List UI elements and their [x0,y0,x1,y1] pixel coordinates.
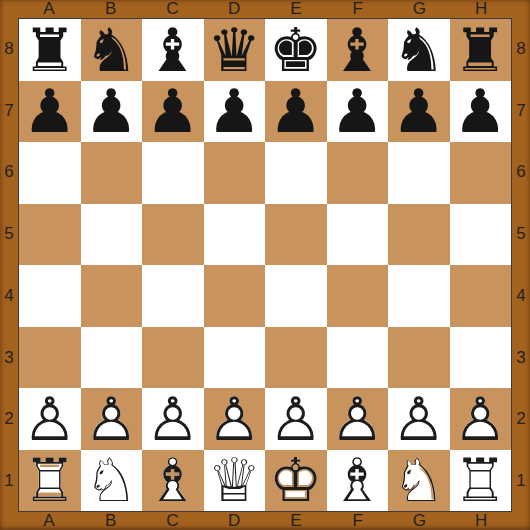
square-a4[interactable] [19,265,81,327]
black-rook: ♜ [450,19,512,81]
square-h1[interactable]: ♜♖ [450,450,512,512]
rank-label-3: 3 [512,327,530,389]
white-pawn: ♙ [265,388,327,450]
square-g8[interactable]: ♞ [388,19,450,81]
rank-label-2: 2 [512,389,530,451]
file-label-h: H [450,0,512,18]
square-b8[interactable]: ♞ [81,19,143,81]
square-b4[interactable] [81,265,143,327]
white-pawn-fill: ♟ [142,388,204,450]
square-a5[interactable] [19,204,81,266]
square-c6[interactable] [142,142,204,204]
rank-label-5: 5 [512,203,530,265]
white-knight-fill: ♞ [81,450,143,512]
square-g4[interactable] [388,265,450,327]
square-a6[interactable] [19,142,81,204]
square-d1[interactable]: ♛♕ [204,450,266,512]
square-f7[interactable]: ♟ [327,81,389,143]
black-bishop: ♝ [327,19,389,81]
rank-label-6: 6 [512,142,530,204]
rank-label-5: 5 [0,203,18,265]
black-pawn: ♟ [19,81,81,143]
white-bishop: ♗ [327,450,389,512]
square-d6[interactable] [204,142,266,204]
square-f8[interactable]: ♝ [327,19,389,81]
board-grid: ♜♞♝♛♚♝♞♜♟♟♟♟♟♟♟♟♟♙♟♙♟♙♟♙♟♙♟♙♟♙♟♙♜♖♞♘♝♗♛♕… [18,18,512,512]
white-pawn-fill: ♟ [204,388,266,450]
white-pawn: ♙ [204,388,266,450]
black-knight: ♞ [388,19,450,81]
white-rook-fill: ♜ [450,450,512,512]
rank-label-6: 6 [0,142,18,204]
square-d5[interactable] [204,204,266,266]
square-e7[interactable]: ♟ [265,81,327,143]
square-g2[interactable]: ♟♙ [388,388,450,450]
file-label-c: C [142,512,204,530]
white-knight-fill: ♞ [388,450,450,512]
square-c1[interactable]: ♝♗ [142,450,204,512]
square-b6[interactable] [81,142,143,204]
square-e3[interactable] [265,327,327,389]
square-a7[interactable]: ♟ [19,81,81,143]
white-pawn-fill: ♟ [19,388,81,450]
square-e1[interactable]: ♚♔ [265,450,327,512]
rank-label-8: 8 [512,18,530,80]
square-h5[interactable] [450,204,512,266]
white-king: ♔ [265,450,327,512]
square-d7[interactable]: ♟ [204,81,266,143]
square-c5[interactable] [142,204,204,266]
square-f2[interactable]: ♟♙ [327,388,389,450]
square-c3[interactable] [142,327,204,389]
white-bishop: ♗ [142,450,204,512]
file-label-g: G [389,0,451,18]
square-b2[interactable]: ♟♙ [81,388,143,450]
white-bishop-fill: ♝ [142,450,204,512]
square-h2[interactable]: ♟♙ [450,388,512,450]
square-d8[interactable]: ♛ [204,19,266,81]
square-h4[interactable] [450,265,512,327]
rank-label-2: 2 [0,389,18,451]
square-b3[interactable] [81,327,143,389]
square-a1[interactable]: ♜♖ [19,450,81,512]
white-knight: ♘ [81,450,143,512]
square-g6[interactable] [388,142,450,204]
square-f3[interactable] [327,327,389,389]
square-f1[interactable]: ♝♗ [327,450,389,512]
square-d3[interactable] [204,327,266,389]
file-label-d: D [203,0,265,18]
white-pawn: ♙ [19,388,81,450]
black-pawn: ♟ [388,81,450,143]
file-label-d: D [203,512,265,530]
black-pawn: ♟ [81,81,143,143]
square-c2[interactable]: ♟♙ [142,388,204,450]
file-label-b: B [80,512,142,530]
square-b7[interactable]: ♟ [81,81,143,143]
white-pawn-fill: ♟ [265,388,327,450]
white-queen-fill: ♛ [204,450,266,512]
white-knight: ♘ [388,450,450,512]
rank-labels-left: 87654321 [0,18,18,512]
rank-label-7: 7 [0,80,18,142]
file-label-f: F [327,512,389,530]
file-label-e: E [265,512,327,530]
file-label-g: G [389,512,451,530]
black-bishop: ♝ [142,19,204,81]
rank-label-1: 1 [0,450,18,512]
file-label-f: F [327,0,389,18]
white-pawn: ♙ [142,388,204,450]
square-c4[interactable] [142,265,204,327]
white-pawn: ♙ [81,388,143,450]
white-pawn-fill: ♟ [388,388,450,450]
square-d4[interactable] [204,265,266,327]
file-labels-top: ABCDEFGH [18,0,512,18]
square-e4[interactable] [265,265,327,327]
file-label-c: C [142,0,204,18]
square-b1[interactable]: ♞♘ [81,450,143,512]
square-g3[interactable] [388,327,450,389]
square-e8[interactable]: ♚ [265,19,327,81]
square-d2[interactable]: ♟♙ [204,388,266,450]
square-c8[interactable]: ♝ [142,19,204,81]
white-pawn: ♙ [388,388,450,450]
square-c7[interactable]: ♟ [142,81,204,143]
square-h7[interactable]: ♟ [450,81,512,143]
square-e2[interactable]: ♟♙ [265,388,327,450]
black-pawn: ♟ [450,81,512,143]
square-f4[interactable] [327,265,389,327]
file-label-e: E [265,0,327,18]
white-rook: ♖ [19,450,81,512]
black-pawn: ♟ [327,81,389,143]
white-rook: ♖ [450,450,512,512]
white-pawn-fill: ♟ [450,388,512,450]
square-a2[interactable]: ♟♙ [19,388,81,450]
square-e5[interactable] [265,204,327,266]
black-pawn: ♟ [142,81,204,143]
square-h6[interactable] [450,142,512,204]
file-labels-bottom: ABCDEFGH [18,512,512,530]
white-queen: ♕ [204,450,266,512]
chess-board-diagram: ABCDEFGH ABCDEFGH 87654321 87654321 ♜♞♝♛… [0,0,530,530]
square-e6[interactable] [265,142,327,204]
black-pawn: ♟ [265,81,327,143]
file-label-a: A [18,0,80,18]
square-h8[interactable]: ♜ [450,19,512,81]
rank-labels-right: 87654321 [512,18,530,512]
black-rook: ♜ [19,19,81,81]
rank-label-3: 3 [0,327,18,389]
rank-label-4: 4 [512,265,530,327]
black-knight: ♞ [81,19,143,81]
rank-label-7: 7 [512,80,530,142]
white-pawn-fill: ♟ [81,388,143,450]
square-f6[interactable] [327,142,389,204]
black-queen: ♛ [204,19,266,81]
white-pawn: ♙ [327,388,389,450]
square-g5[interactable] [388,204,450,266]
square-h3[interactable] [450,327,512,389]
square-a3[interactable] [19,327,81,389]
white-king-fill: ♚ [265,450,327,512]
rank-label-4: 4 [0,265,18,327]
square-a8[interactable]: ♜ [19,19,81,81]
square-f5[interactable] [327,204,389,266]
black-pawn: ♟ [204,81,266,143]
square-g7[interactable]: ♟ [388,81,450,143]
white-rook-fill: ♜ [19,450,81,512]
white-pawn-fill: ♟ [327,388,389,450]
black-king: ♚ [265,19,327,81]
square-g1[interactable]: ♞♘ [388,450,450,512]
white-bishop-fill: ♝ [327,450,389,512]
rank-label-1: 1 [512,450,530,512]
white-pawn: ♙ [450,388,512,450]
file-label-b: B [80,0,142,18]
file-label-a: A [18,512,80,530]
file-label-h: H [450,512,512,530]
rank-label-8: 8 [0,18,18,80]
square-b5[interactable] [81,204,143,266]
